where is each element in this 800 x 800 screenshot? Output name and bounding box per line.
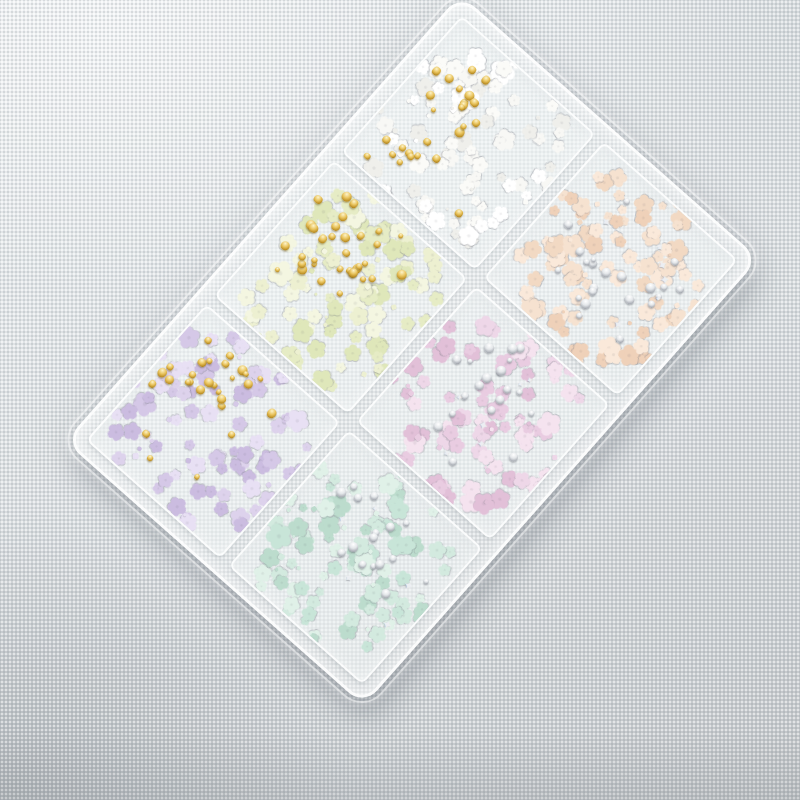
chip xyxy=(314,292,318,296)
bead-silver xyxy=(483,342,496,355)
flower xyxy=(187,480,208,501)
flower xyxy=(343,344,362,363)
flower xyxy=(547,203,561,217)
flower xyxy=(564,190,579,205)
star-stud: ✦ xyxy=(610,317,625,332)
flower xyxy=(257,489,280,512)
flower xyxy=(591,169,606,184)
flower xyxy=(288,318,316,346)
bead-gold xyxy=(341,248,352,259)
star-stud: ✦ xyxy=(525,376,535,385)
flower xyxy=(465,143,477,155)
flower xyxy=(229,457,243,471)
bead-silver xyxy=(422,578,429,585)
chip xyxy=(628,321,633,326)
flower xyxy=(157,471,176,490)
bead-gold xyxy=(395,158,403,166)
flower xyxy=(363,320,383,340)
chip xyxy=(551,455,556,460)
bead-gold xyxy=(316,275,328,287)
flower xyxy=(425,504,441,520)
chip xyxy=(309,267,315,273)
chip xyxy=(582,272,588,278)
flower xyxy=(360,640,374,654)
flower xyxy=(174,323,203,352)
chip xyxy=(285,507,291,513)
chip xyxy=(445,207,450,212)
bead-silver xyxy=(368,491,379,502)
flower xyxy=(388,499,411,522)
flower xyxy=(471,491,497,517)
flower xyxy=(413,600,432,619)
bead-silver xyxy=(507,450,520,463)
flower xyxy=(505,92,523,110)
flower xyxy=(297,502,308,513)
flower xyxy=(614,235,628,249)
flower xyxy=(509,55,524,70)
flower xyxy=(685,296,709,320)
chip xyxy=(132,453,138,459)
flower xyxy=(440,318,458,336)
flower xyxy=(521,238,543,260)
flower xyxy=(275,369,291,385)
chip xyxy=(296,565,301,570)
flower xyxy=(436,561,452,577)
flower xyxy=(415,310,438,333)
flower xyxy=(385,370,402,387)
bead-silver xyxy=(623,293,636,306)
flower xyxy=(550,139,566,155)
star-stud: ✦ xyxy=(476,439,487,448)
star-stud: ✦ xyxy=(658,275,670,285)
star-stud: ✦ xyxy=(456,394,463,400)
chip xyxy=(535,116,540,121)
chip xyxy=(426,113,431,118)
flower xyxy=(314,497,337,520)
chip xyxy=(390,305,396,311)
bead-gold xyxy=(229,374,236,381)
flower xyxy=(473,313,499,339)
flower xyxy=(377,184,392,199)
flower xyxy=(633,207,655,229)
chip xyxy=(499,413,503,417)
bead-silver xyxy=(451,354,463,366)
star-stud: ✦ xyxy=(341,572,354,585)
flower xyxy=(182,402,202,422)
bottom-shadow xyxy=(0,730,800,800)
flower xyxy=(632,337,650,355)
flower xyxy=(469,154,490,175)
bead-silver xyxy=(675,284,685,294)
flower xyxy=(359,154,389,184)
flower xyxy=(153,346,169,362)
flower xyxy=(462,342,477,357)
chip xyxy=(265,481,273,489)
flower xyxy=(318,570,330,582)
bead-silver xyxy=(527,409,535,417)
star-stud: ✦ xyxy=(653,295,662,303)
chip xyxy=(376,257,382,263)
flower xyxy=(466,47,484,65)
star-stud: ✦ xyxy=(370,505,378,512)
flower xyxy=(261,326,283,348)
flower xyxy=(141,390,156,405)
chip xyxy=(523,199,528,204)
bead-silver xyxy=(562,218,574,230)
flower xyxy=(520,122,539,141)
flower xyxy=(402,465,415,478)
chip xyxy=(595,201,601,207)
flower xyxy=(299,440,313,454)
chip xyxy=(405,383,410,388)
flower xyxy=(110,450,128,468)
chip xyxy=(360,371,367,378)
flower xyxy=(182,437,198,453)
photo: ✦✦✦✦✦✦✦✦✦✦✦✦✦✦✦✦✦ xyxy=(0,0,800,800)
chip xyxy=(137,446,142,451)
chip xyxy=(414,548,419,553)
flower xyxy=(325,298,344,317)
bead-gold xyxy=(388,150,397,159)
bead-silver xyxy=(447,456,458,467)
